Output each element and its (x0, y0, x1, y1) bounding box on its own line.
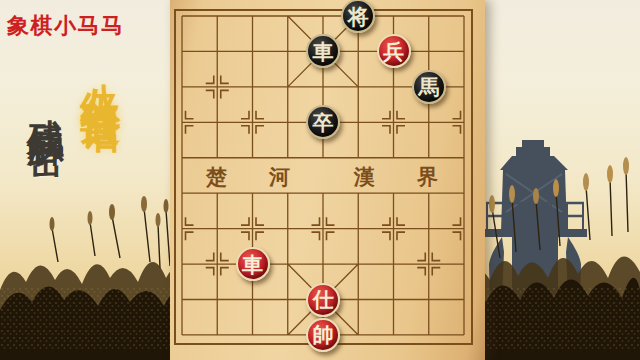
gray-vertical-caption: 残局解密 (21, 90, 71, 114)
black-soldier[interactable]: 卒 (306, 105, 340, 139)
red-chariot[interactable]: 車 (236, 247, 270, 281)
piece-glyph: 将 (348, 6, 369, 27)
red-advisor[interactable]: 仕 (306, 283, 340, 317)
piece-glyph: 車 (313, 41, 334, 62)
piece-glyph: 兵 (383, 41, 404, 62)
piece-glyph: 車 (242, 254, 263, 275)
piece-glyph: 帥 (313, 324, 334, 345)
screenshot-stage: 楚 河 漢 界 将車兵馬卒車仕帥 象棋小马马 八级普通话 残局解密 (0, 0, 640, 360)
piece-glyph: 卒 (313, 112, 334, 133)
piece-glyph: 仕 (313, 289, 334, 310)
black-chariot[interactable]: 車 (306, 34, 340, 68)
black-horse[interactable]: 馬 (412, 70, 446, 104)
red-soldier[interactable]: 兵 (377, 34, 411, 68)
pieces-layer: 将車兵馬卒車仕帥 (170, 0, 485, 360)
black-general[interactable]: 将 (341, 0, 375, 33)
red-general[interactable]: 帥 (306, 318, 340, 352)
gold-vertical-caption: 八级普通话 (74, 52, 129, 87)
piece-glyph: 馬 (418, 76, 439, 97)
channel-title: 象棋小马马 (7, 11, 125, 41)
xiangqi-board: 楚 河 漢 界 将車兵馬卒車仕帥 (170, 0, 485, 360)
